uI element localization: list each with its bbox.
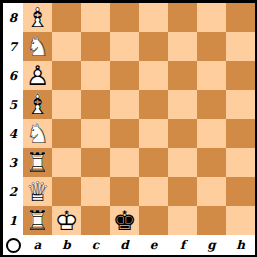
white-bishop[interactable]: ♝♗ [23, 3, 52, 32]
rank-label-6: 6 [3, 61, 23, 90]
square-d4[interactable] [110, 119, 139, 148]
rank-label-7: 7 [3, 32, 23, 61]
square-g6[interactable] [197, 61, 226, 90]
square-b8[interactable] [52, 3, 81, 32]
rank-label-3: 3 [3, 148, 23, 177]
square-c6[interactable] [81, 61, 110, 90]
square-h7[interactable] [226, 32, 255, 61]
square-d3[interactable] [110, 148, 139, 177]
square-a2[interactable]: ♛♕ [23, 177, 52, 206]
square-f2[interactable] [168, 177, 197, 206]
square-b3[interactable] [52, 148, 81, 177]
file-label-b: b [52, 235, 81, 255]
square-g5[interactable] [197, 90, 226, 119]
square-b1[interactable]: ♚♔ [52, 206, 81, 235]
square-h2[interactable] [226, 177, 255, 206]
square-b5[interactable] [52, 90, 81, 119]
square-a8[interactable]: ♝♗ [23, 3, 52, 32]
square-c3[interactable] [81, 148, 110, 177]
square-d2[interactable] [110, 177, 139, 206]
white-queen[interactable]: ♛♕ [23, 177, 52, 206]
rank-label-4: 4 [3, 119, 23, 148]
square-c4[interactable] [81, 119, 110, 148]
white-pawn-glyph-outline: ♙ [23, 61, 52, 90]
file-label-g: g [197, 235, 226, 255]
chess-diagram: 87654321 ♝♗♞♘♟♙♝♗♞♘♜♖♛♕♜♖♚♔♚ abcdefgh [0, 0, 257, 257]
file-label-c: c [81, 235, 110, 255]
square-a1[interactable]: ♜♖ [23, 206, 52, 235]
white-pawn[interactable]: ♟♙ [23, 61, 52, 90]
white-king[interactable]: ♚♔ [52, 206, 81, 235]
square-g2[interactable] [197, 177, 226, 206]
square-f8[interactable] [168, 3, 197, 32]
square-e3[interactable] [139, 148, 168, 177]
square-h6[interactable] [226, 61, 255, 90]
square-f4[interactable] [168, 119, 197, 148]
rank-label-5: 5 [3, 90, 23, 119]
square-b6[interactable] [52, 61, 81, 90]
square-e6[interactable] [139, 61, 168, 90]
rank-label-1: 1 [3, 206, 23, 235]
square-e8[interactable] [139, 3, 168, 32]
white-rook[interactable]: ♜♖ [23, 206, 52, 235]
black-king[interactable]: ♚ [110, 206, 139, 235]
square-d5[interactable] [110, 90, 139, 119]
square-d7[interactable] [110, 32, 139, 61]
square-h3[interactable] [226, 148, 255, 177]
white-bishop-glyph-outline: ♗ [23, 3, 52, 32]
square-a7[interactable]: ♞♘ [23, 32, 52, 61]
square-f6[interactable] [168, 61, 197, 90]
white-to-move-circle-icon [6, 238, 21, 253]
square-c1[interactable] [81, 206, 110, 235]
white-queen-glyph-outline: ♕ [23, 177, 52, 206]
square-b2[interactable] [52, 177, 81, 206]
white-king-glyph-outline: ♔ [52, 206, 81, 235]
square-a3[interactable]: ♜♖ [23, 148, 52, 177]
square-g8[interactable] [197, 3, 226, 32]
square-d8[interactable] [110, 3, 139, 32]
white-rook[interactable]: ♜♖ [23, 148, 52, 177]
file-label-d: d [110, 235, 139, 255]
square-d1[interactable]: ♚ [110, 206, 139, 235]
white-knight-glyph-outline: ♘ [23, 32, 52, 61]
square-h5[interactable] [226, 90, 255, 119]
square-f1[interactable] [168, 206, 197, 235]
rank-labels: 87654321 [3, 3, 23, 235]
file-label-e: e [139, 235, 168, 255]
white-knight[interactable]: ♞♘ [23, 119, 52, 148]
square-e5[interactable] [139, 90, 168, 119]
square-d6[interactable] [110, 61, 139, 90]
square-f7[interactable] [168, 32, 197, 61]
white-bishop[interactable]: ♝♗ [23, 90, 52, 119]
square-c5[interactable] [81, 90, 110, 119]
side-to-move-indicator [3, 235, 23, 255]
square-c8[interactable] [81, 3, 110, 32]
file-label-f: f [168, 235, 197, 255]
square-f3[interactable] [168, 148, 197, 177]
file-labels: abcdefgh [23, 235, 255, 255]
square-b4[interactable] [52, 119, 81, 148]
white-bishop-glyph-outline: ♗ [23, 90, 52, 119]
square-g4[interactable] [197, 119, 226, 148]
white-knight-glyph-outline: ♘ [23, 119, 52, 148]
black-king-glyph-fill: ♚ [110, 206, 139, 235]
diagram-inner: 87654321 ♝♗♞♘♟♙♝♗♞♘♜♖♛♕♜♖♚♔♚ abcdefgh [3, 3, 255, 255]
white-rook-glyph-outline: ♖ [23, 148, 52, 177]
square-a5[interactable]: ♝♗ [23, 90, 52, 119]
square-g3[interactable] [197, 148, 226, 177]
square-h1[interactable] [226, 206, 255, 235]
square-e1[interactable] [139, 206, 168, 235]
square-h8[interactable] [226, 3, 255, 32]
white-knight[interactable]: ♞♘ [23, 32, 52, 61]
file-label-h: h [226, 235, 255, 255]
square-f5[interactable] [168, 90, 197, 119]
square-c2[interactable] [81, 177, 110, 206]
white-rook-glyph-outline: ♖ [23, 206, 52, 235]
square-a6[interactable]: ♟♙ [23, 61, 52, 90]
square-g1[interactable] [197, 206, 226, 235]
chess-board[interactable]: ♝♗♞♘♟♙♝♗♞♘♜♖♛♕♜♖♚♔♚ [23, 3, 255, 235]
square-a4[interactable]: ♞♘ [23, 119, 52, 148]
square-e2[interactable] [139, 177, 168, 206]
square-h4[interactable] [226, 119, 255, 148]
square-e4[interactable] [139, 119, 168, 148]
square-e7[interactable] [139, 32, 168, 61]
square-g7[interactable] [197, 32, 226, 61]
square-c7[interactable] [81, 32, 110, 61]
rank-label-2: 2 [3, 177, 23, 206]
file-label-a: a [23, 235, 52, 255]
rank-label-8: 8 [3, 3, 23, 32]
square-b7[interactable] [52, 32, 81, 61]
